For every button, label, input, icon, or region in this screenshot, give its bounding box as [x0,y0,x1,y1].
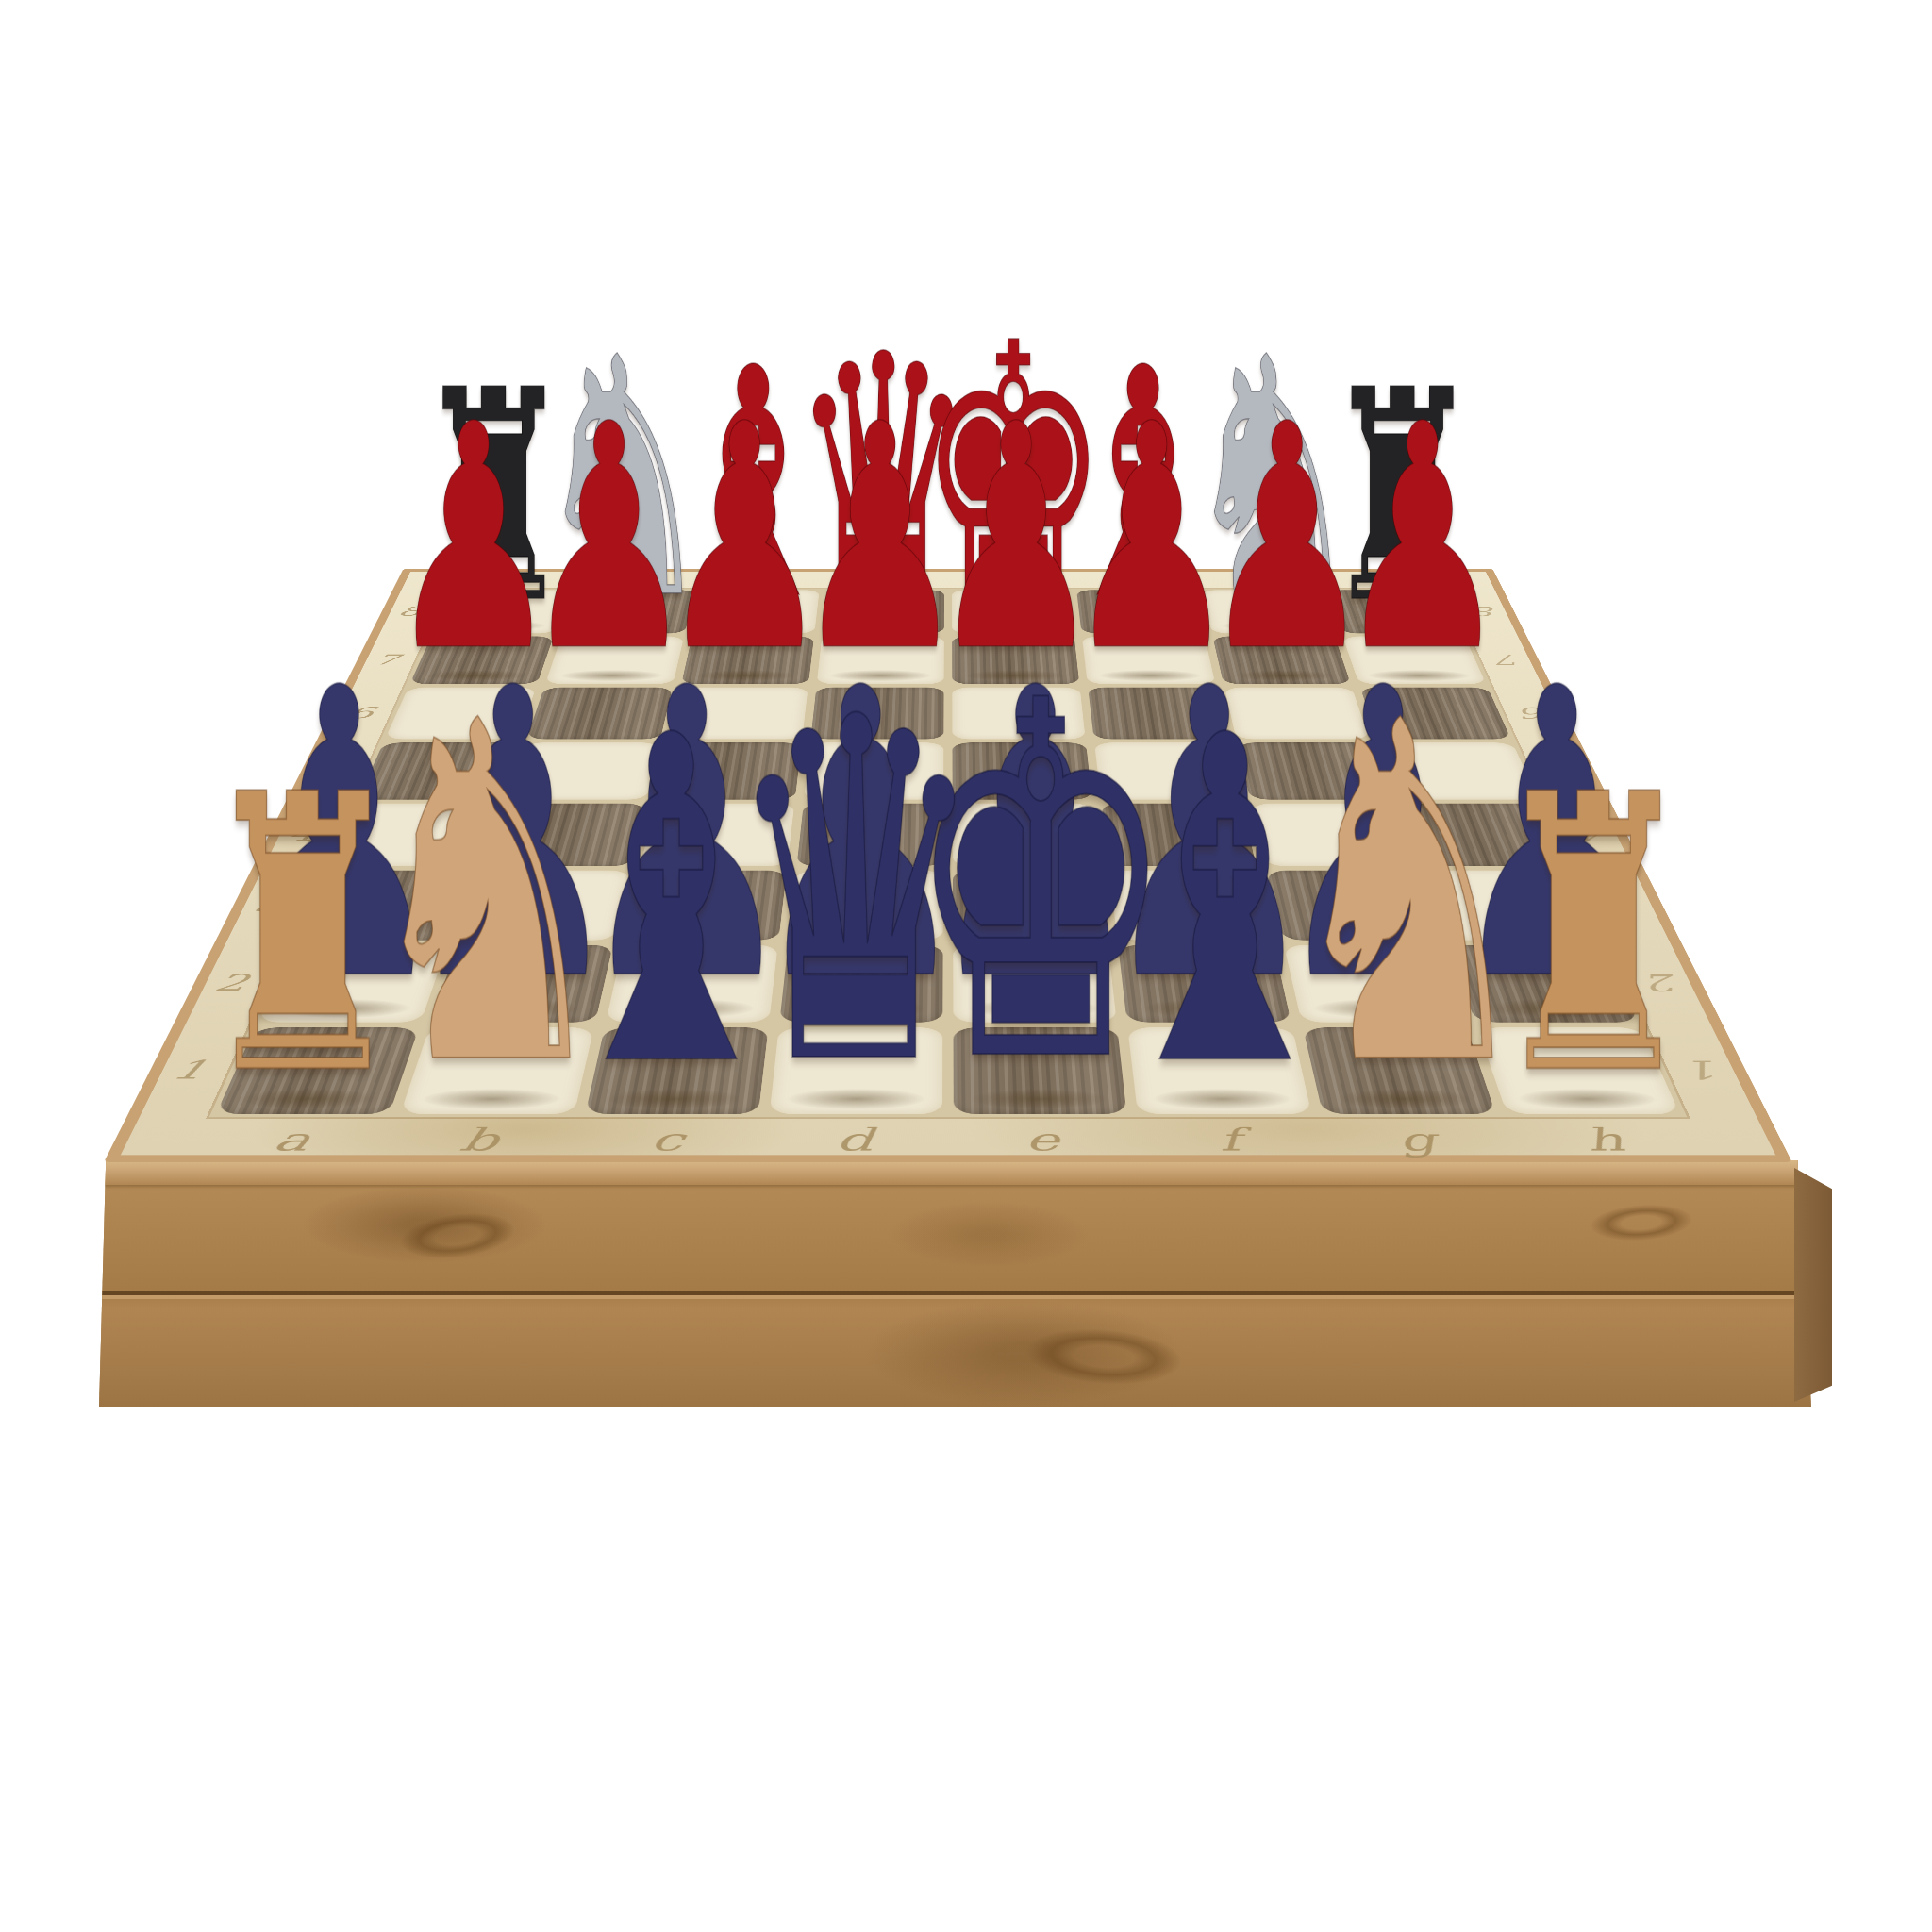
wood-knot [375,1196,541,1275]
product-photo-chess-set: ♜♞♝♛♚♝♞♜♟♟♟♟♟♟♟♟♟♟♟♟♟♟♟♟♜♞♝♛♚♝♞♜ abcdefg… [0,0,1932,1932]
file-label-a: a [190,1120,392,1158]
file-labels-bottom: abcdefgh [190,1120,1706,1158]
wood-knot [1569,1193,1713,1252]
file-label-e: e [948,1120,1138,1158]
file-label-b: b [379,1120,577,1158]
box-lid-seam [99,1291,1811,1299]
chessboard-squares: ♜♞♝♛♚♝♞♜♟♟♟♟♟♟♟♟♟♟♟♟♟♟♟♟♜♞♝♛♚♝♞♜ [209,589,1688,1118]
wood-knot [992,1311,1214,1402]
piece-blue-queen-d1[interactable]: ♛ [724,672,987,1116]
square-b1[interactable]: ♞ [393,1024,599,1117]
square-d1[interactable]: ♛ [763,1024,948,1117]
chessboard: ♜♞♝♛♚♝♞♜♟♟♟♟♟♟♟♟♟♟♟♟♟♟♟♟♜♞♝♛♚♝♞♜ abcdefg… [104,569,1792,1162]
piece-blue-knight-g1[interactable]: ♞ [1279,675,1540,1115]
box-right-side [1794,1168,1832,1402]
file-label-f: f [1133,1120,1327,1158]
file-label-g: g [1318,1120,1516,1158]
file-label-c: c [569,1120,763,1158]
square-g1[interactable]: ♞ [1296,1024,1502,1117]
file-label-d: d [758,1120,948,1158]
wooden-box [99,1160,1811,1407]
piece-blue-knight-b1[interactable]: ♞ [357,675,617,1115]
file-label-h: h [1504,1120,1707,1158]
